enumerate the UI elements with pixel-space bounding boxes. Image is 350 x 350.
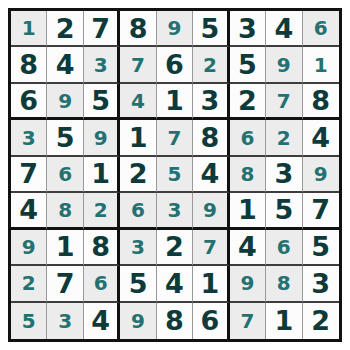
cell-r9c2[interactable]: 3 [47, 303, 83, 339]
cell-r2c9[interactable]: 1 [303, 47, 339, 83]
sudoku-board: 1278953468437625916954132783591786247612… [8, 8, 342, 342]
cell-r7c2[interactable]: 1 [47, 230, 83, 266]
cell-r1c6[interactable]: 5 [193, 11, 229, 47]
cell-r3c6[interactable]: 3 [193, 84, 229, 120]
cell-r3c4[interactable]: 4 [120, 84, 156, 120]
cell-r5c6[interactable]: 4 [193, 157, 229, 193]
cell-r3c9[interactable]: 8 [303, 84, 339, 120]
cell-r1c4[interactable]: 8 [120, 11, 156, 47]
cell-r3c8[interactable]: 7 [266, 84, 302, 120]
cell-r9c4[interactable]: 9 [120, 303, 156, 339]
cell-r5c3[interactable]: 1 [84, 157, 120, 193]
cell-r1c2[interactable]: 2 [47, 11, 83, 47]
cell-r2c6[interactable]: 2 [193, 47, 229, 83]
cell-r6c2[interactable]: 8 [47, 193, 83, 229]
cell-r7c3[interactable]: 8 [84, 230, 120, 266]
cell-r3c5[interactable]: 1 [157, 84, 193, 120]
cell-r8c2[interactable]: 7 [47, 266, 83, 302]
cell-r5c7[interactable]: 8 [230, 157, 266, 193]
cell-r6c4[interactable]: 6 [120, 193, 156, 229]
cell-r1c3[interactable]: 7 [84, 11, 120, 47]
cell-r8c5[interactable]: 4 [157, 266, 193, 302]
cell-r4c6[interactable]: 8 [193, 120, 229, 156]
cell-r6c3[interactable]: 2 [84, 193, 120, 229]
cell-r5c1[interactable]: 7 [11, 157, 47, 193]
cell-r5c4[interactable]: 2 [120, 157, 156, 193]
cell-r5c2[interactable]: 6 [47, 157, 83, 193]
sudoku-page: 1278953468437625916954132783591786247612… [0, 0, 350, 350]
cell-r7c8[interactable]: 6 [266, 230, 302, 266]
cell-r4c2[interactable]: 5 [47, 120, 83, 156]
cell-r8c8[interactable]: 8 [266, 266, 302, 302]
cell-r7c7[interactable]: 4 [230, 230, 266, 266]
cell-r2c4[interactable]: 7 [120, 47, 156, 83]
cell-r9c1[interactable]: 5 [11, 303, 47, 339]
cell-r9c8[interactable]: 1 [266, 303, 302, 339]
cell-r8c6[interactable]: 1 [193, 266, 229, 302]
cell-r6c9[interactable]: 7 [303, 193, 339, 229]
cell-r9c9[interactable]: 2 [303, 303, 339, 339]
cell-r6c1[interactable]: 4 [11, 193, 47, 229]
cell-r5c5[interactable]: 5 [157, 157, 193, 193]
cell-r2c7[interactable]: 5 [230, 47, 266, 83]
cell-r3c2[interactable]: 9 [47, 84, 83, 120]
cell-r9c7[interactable]: 7 [230, 303, 266, 339]
cell-r2c3[interactable]: 3 [84, 47, 120, 83]
cell-r1c9[interactable]: 6 [303, 11, 339, 47]
cell-r3c7[interactable]: 2 [230, 84, 266, 120]
cell-r8c4[interactable]: 5 [120, 266, 156, 302]
cell-r9c3[interactable]: 4 [84, 303, 120, 339]
cell-r5c8[interactable]: 3 [266, 157, 302, 193]
cell-r9c5[interactable]: 8 [157, 303, 193, 339]
cell-r6c8[interactable]: 5 [266, 193, 302, 229]
cell-r4c4[interactable]: 1 [120, 120, 156, 156]
cell-r1c5[interactable]: 9 [157, 11, 193, 47]
cell-r8c3[interactable]: 6 [84, 266, 120, 302]
cell-r4c8[interactable]: 2 [266, 120, 302, 156]
cell-r3c3[interactable]: 5 [84, 84, 120, 120]
cell-r1c8[interactable]: 4 [266, 11, 302, 47]
cell-r4c3[interactable]: 9 [84, 120, 120, 156]
cell-r8c1[interactable]: 2 [11, 266, 47, 302]
cell-r2c8[interactable]: 9 [266, 47, 302, 83]
cell-r8c7[interactable]: 9 [230, 266, 266, 302]
cell-r7c9[interactable]: 5 [303, 230, 339, 266]
cell-r7c6[interactable]: 7 [193, 230, 229, 266]
cell-r9c6[interactable]: 6 [193, 303, 229, 339]
cell-r4c9[interactable]: 4 [303, 120, 339, 156]
cell-r1c1[interactable]: 1 [11, 11, 47, 47]
cell-r8c9[interactable]: 3 [303, 266, 339, 302]
cell-r7c4[interactable]: 3 [120, 230, 156, 266]
cell-r4c5[interactable]: 7 [157, 120, 193, 156]
cell-r2c1[interactable]: 8 [11, 47, 47, 83]
cell-r2c2[interactable]: 4 [47, 47, 83, 83]
cell-r6c6[interactable]: 9 [193, 193, 229, 229]
cell-r2c5[interactable]: 6 [157, 47, 193, 83]
cell-r4c1[interactable]: 3 [11, 120, 47, 156]
cell-r6c5[interactable]: 3 [157, 193, 193, 229]
cell-r7c5[interactable]: 2 [157, 230, 193, 266]
cell-r3c1[interactable]: 6 [11, 84, 47, 120]
cell-r4c7[interactable]: 6 [230, 120, 266, 156]
cell-r7c1[interactable]: 9 [11, 230, 47, 266]
cell-r1c7[interactable]: 3 [230, 11, 266, 47]
cell-r5c9[interactable]: 9 [303, 157, 339, 193]
cell-r6c7[interactable]: 1 [230, 193, 266, 229]
